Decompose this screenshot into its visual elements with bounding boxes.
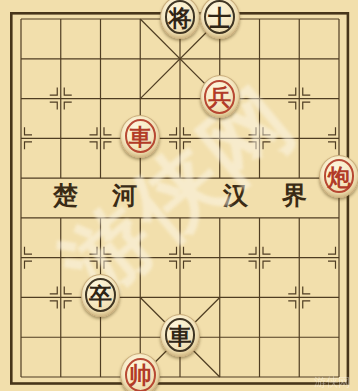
black-general-piece[interactable]: 将 bbox=[160, 0, 200, 39]
piece-disc: 兵 bbox=[200, 75, 240, 118]
black-soldier-piece[interactable]: 卒 bbox=[81, 277, 121, 317]
piece-glyph: 車 bbox=[129, 125, 152, 148]
piece-disc: 士 bbox=[200, 0, 240, 39]
piece-glyph: 車 bbox=[168, 324, 191, 347]
piece-disc: 車 bbox=[120, 115, 160, 158]
piece-glyph: 兵 bbox=[208, 86, 231, 109]
piece-disc: 炮 bbox=[319, 155, 358, 198]
piece-glyph: 帅 bbox=[129, 364, 152, 387]
piece-disc: 卒 bbox=[81, 274, 121, 317]
piece-disc: 車 bbox=[160, 314, 200, 357]
red-general-piece[interactable]: 帅 bbox=[120, 357, 160, 391]
black-chariot-piece[interactable]: 車 bbox=[160, 317, 200, 357]
piece-disc: 将 bbox=[160, 0, 200, 39]
xiangqi-board: 楚 河 汉 界 游侠网 游侠网 将士兵車炮卒車帅 bbox=[0, 0, 358, 391]
piece-disc: 帅 bbox=[120, 353, 160, 391]
red-soldier-piece[interactable]: 兵 bbox=[200, 79, 240, 119]
red-chariot-piece[interactable]: 車 bbox=[120, 118, 160, 158]
piece-glyph: 将 bbox=[168, 6, 191, 29]
piece-glyph: 炮 bbox=[327, 165, 350, 188]
piece-glyph: 卒 bbox=[89, 284, 112, 307]
piece-glyph: 士 bbox=[208, 6, 231, 29]
black-advisor-piece[interactable]: 士 bbox=[200, 0, 240, 39]
pieces-grid: 将士兵車炮卒車帅 bbox=[1, 0, 358, 391]
red-cannon-piece[interactable]: 炮 bbox=[319, 158, 358, 198]
